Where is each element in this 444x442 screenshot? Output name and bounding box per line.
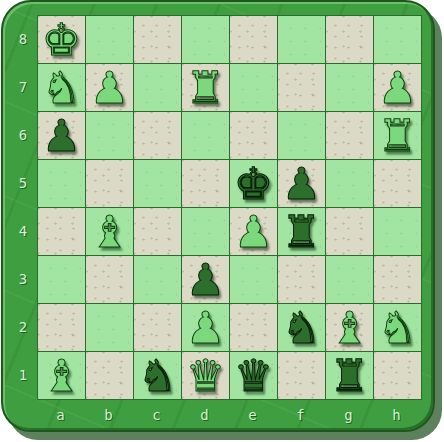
piece-black-queen[interactable]: ♛ — [230, 352, 277, 399]
square-f3[interactable] — [278, 256, 325, 303]
piece-white-bishop[interactable]: ♝ — [38, 352, 85, 399]
square-e8[interactable] — [230, 16, 277, 63]
square-d2[interactable]: ♟ — [182, 304, 229, 351]
file-label-b: b — [104, 407, 112, 423]
piece-white-knight[interactable]: ♞ — [38, 64, 85, 111]
square-e6[interactable] — [230, 112, 277, 159]
square-d7[interactable]: ♜ — [182, 64, 229, 111]
file-label-h: h — [392, 407, 400, 423]
file-label-f: f — [296, 407, 304, 423]
square-e7[interactable] — [230, 64, 277, 111]
square-f4[interactable]: ♜ — [278, 208, 325, 255]
square-e4[interactable]: ♟ — [230, 208, 277, 255]
rank-label-1: 1 — [19, 367, 27, 383]
square-f2[interactable]: ♞ — [278, 304, 325, 351]
rank-label-6: 6 — [19, 127, 27, 143]
file-label-c: c — [152, 407, 160, 423]
square-c5[interactable] — [134, 160, 181, 207]
square-e1[interactable]: ♛ — [230, 352, 277, 399]
square-b6[interactable] — [86, 112, 133, 159]
square-h4[interactable] — [374, 208, 421, 255]
square-h7[interactable]: ♟ — [374, 64, 421, 111]
square-b2[interactable] — [86, 304, 133, 351]
piece-white-pawn[interactable]: ♟ — [374, 64, 421, 111]
square-b8[interactable] — [86, 16, 133, 63]
rank-label-3: 3 — [19, 271, 27, 287]
square-b5[interactable] — [86, 160, 133, 207]
piece-black-pawn[interactable]: ♟ — [278, 160, 325, 207]
square-a2[interactable] — [38, 304, 85, 351]
rank-label-7: 7 — [19, 79, 27, 95]
square-e2[interactable] — [230, 304, 277, 351]
file-label-d: d — [200, 407, 208, 423]
square-f1[interactable] — [278, 352, 325, 399]
square-c4[interactable] — [134, 208, 181, 255]
piece-black-knight[interactable]: ♞ — [134, 352, 181, 399]
square-h8[interactable] — [374, 16, 421, 63]
square-h2[interactable]: ♞ — [374, 304, 421, 351]
square-a8[interactable]: ♚ — [38, 16, 85, 63]
square-e3[interactable] — [230, 256, 277, 303]
square-a4[interactable] — [38, 208, 85, 255]
square-d5[interactable] — [182, 160, 229, 207]
square-g6[interactable] — [326, 112, 373, 159]
piece-white-king[interactable]: ♚ — [38, 16, 85, 63]
piece-white-pawn[interactable]: ♟ — [182, 304, 229, 351]
square-b4[interactable]: ♝ — [86, 208, 133, 255]
square-d8[interactable] — [182, 16, 229, 63]
chess-board: ♚♞♟♜♟♟♜♚♟♝♟♜♟♟♞♝♞♝♞♛♛♜ — [37, 15, 422, 400]
piece-white-pawn[interactable]: ♟ — [86, 64, 133, 111]
square-a7[interactable]: ♞ — [38, 64, 85, 111]
rank-label-5: 5 — [19, 175, 27, 191]
square-c1[interactable]: ♞ — [134, 352, 181, 399]
square-a3[interactable] — [38, 256, 85, 303]
square-f7[interactable] — [278, 64, 325, 111]
square-h1[interactable] — [374, 352, 421, 399]
square-d1[interactable]: ♛ — [182, 352, 229, 399]
rank-label-4: 4 — [19, 223, 27, 239]
piece-black-rook[interactable]: ♜ — [278, 208, 325, 255]
square-c3[interactable] — [134, 256, 181, 303]
square-e5[interactable]: ♚ — [230, 160, 277, 207]
square-d3[interactable]: ♟ — [182, 256, 229, 303]
file-label-g: g — [344, 407, 352, 423]
square-f5[interactable]: ♟ — [278, 160, 325, 207]
square-h6[interactable]: ♜ — [374, 112, 421, 159]
square-f6[interactable] — [278, 112, 325, 159]
square-b7[interactable]: ♟ — [86, 64, 133, 111]
piece-white-pawn[interactable]: ♟ — [230, 208, 277, 255]
file-label-a: a — [56, 407, 64, 423]
rank-label-8: 8 — [19, 31, 27, 47]
square-g7[interactable] — [326, 64, 373, 111]
piece-black-rook[interactable]: ♜ — [326, 352, 373, 399]
piece-white-queen[interactable]: ♛ — [182, 352, 229, 399]
file-label-e: e — [248, 407, 256, 423]
rank-labels: 87654321 — [11, 15, 35, 400]
square-c8[interactable] — [134, 16, 181, 63]
piece-black-knight[interactable]: ♞ — [278, 304, 325, 351]
square-f8[interactable] — [278, 16, 325, 63]
square-g1[interactable]: ♜ — [326, 352, 373, 399]
square-c7[interactable] — [134, 64, 181, 111]
square-a5[interactable] — [38, 160, 85, 207]
square-a6[interactable]: ♟ — [38, 112, 85, 159]
square-g4[interactable] — [326, 208, 373, 255]
square-h3[interactable] — [374, 256, 421, 303]
square-g3[interactable] — [326, 256, 373, 303]
piece-white-knight[interactable]: ♞ — [374, 304, 421, 351]
piece-white-bishop[interactable]: ♝ — [326, 304, 373, 351]
file-labels: abcdefgh — [37, 402, 422, 428]
square-b1[interactable] — [86, 352, 133, 399]
square-d6[interactable] — [182, 112, 229, 159]
square-c2[interactable] — [134, 304, 181, 351]
square-g5[interactable] — [326, 160, 373, 207]
piece-black-pawn[interactable]: ♟ — [182, 256, 229, 303]
piece-white-rook[interactable]: ♜ — [182, 64, 229, 111]
square-d4[interactable] — [182, 208, 229, 255]
piece-black-king[interactable]: ♚ — [230, 160, 277, 207]
square-g8[interactable] — [326, 16, 373, 63]
piece-white-bishop[interactable]: ♝ — [86, 208, 133, 255]
rank-label-2: 2 — [19, 319, 27, 335]
square-a1[interactable]: ♝ — [38, 352, 85, 399]
piece-white-rook[interactable]: ♜ — [374, 112, 421, 159]
square-h5[interactable] — [374, 160, 421, 207]
board-frame: 87654321 ♚♞♟♜♟♟♜♚♟♝♟♜♟♟♞♝♞♝♞♛♛♜ abcdefgh — [1, 0, 435, 432]
square-g2[interactable]: ♝ — [326, 304, 373, 351]
square-b3[interactable] — [86, 256, 133, 303]
piece-black-pawn[interactable]: ♟ — [38, 112, 85, 159]
square-c6[interactable] — [134, 112, 181, 159]
